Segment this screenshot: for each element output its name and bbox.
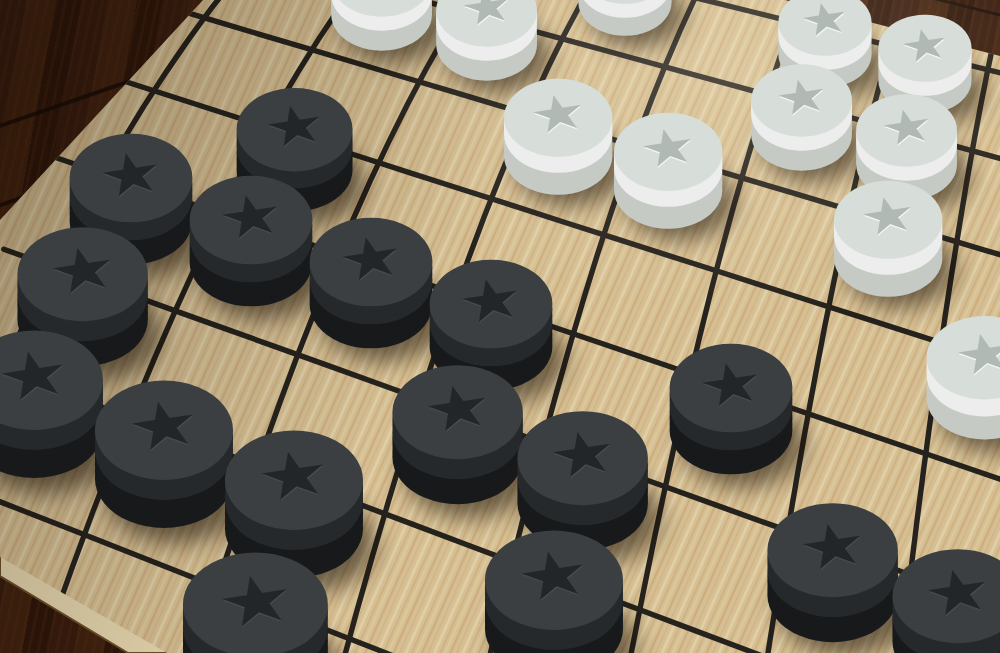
- star-emboss-icon: ★: [854, 187, 921, 244]
- star-emboss-icon: ★: [792, 512, 873, 580]
- board-photo-scene: ●★●★●★●★●★●★●★●★●★●★●★●★●★●★●★●★●★●★●★●★…: [0, 0, 1000, 653]
- star-emboss-icon: ★: [524, 85, 591, 142]
- checker-piece-black[interactable]: ●★: [99, 354, 229, 523]
- star-emboss-icon: ★: [692, 352, 769, 417]
- checker-piece-white[interactable]: ●★: [754, 44, 849, 168]
- star-emboss-icon: ★: [417, 374, 498, 442]
- checker-piece-black[interactable]: ●★: [187, 525, 324, 653]
- star-emboss-icon: ★: [917, 558, 998, 626]
- star-emboss-icon: ★: [210, 562, 301, 638]
- checker-piece-black[interactable]: ●★: [896, 524, 1000, 653]
- checker-piece-white[interactable]: ●★: [617, 92, 719, 225]
- checker-piece-black[interactable]: ●★: [489, 504, 619, 653]
- star-emboss-icon: ★: [875, 100, 938, 153]
- star-emboss-icon: ★: [212, 184, 289, 249]
- checker-piece-white[interactable]: ●★: [334, 0, 429, 48]
- star-emboss-icon: ★: [452, 268, 529, 333]
- star-emboss-icon: ★: [332, 226, 409, 291]
- star-emboss-icon: ★: [121, 389, 208, 462]
- checker-piece-white[interactable]: ●★: [930, 294, 1000, 436]
- checker-piece-black[interactable]: ●★: [771, 478, 894, 638]
- checker-piece-black[interactable]: ●★: [313, 194, 429, 345]
- star-emboss-icon: ★: [770, 70, 833, 123]
- checker-piece-white[interactable]: ●★: [507, 58, 609, 191]
- checker-piece-white[interactable]: ●★: [581, 0, 669, 33]
- checker-piece-black[interactable]: ●★: [193, 152, 309, 303]
- star-emboss-icon: ★: [251, 439, 338, 512]
- star-emboss-icon: ★: [896, 21, 955, 70]
- star-emboss-icon: ★: [634, 119, 701, 176]
- checker-piece-black[interactable]: ●★: [673, 320, 789, 471]
- checker-piece-black[interactable]: ●★: [396, 340, 519, 500]
- star-emboss-icon: ★: [511, 539, 598, 612]
- star-emboss-icon: ★: [542, 420, 623, 488]
- disc-glyph: ●: [572, 0, 678, 7]
- checker-piece-white[interactable]: ●★: [837, 160, 939, 293]
